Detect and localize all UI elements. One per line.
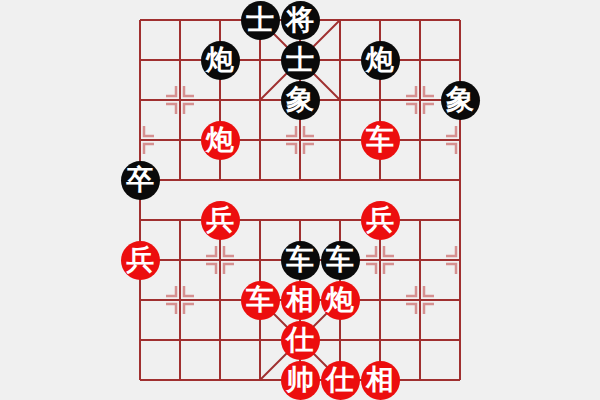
piece-red-soldier[interactable]: 兵: [361, 201, 400, 240]
xiangqi-app: 士将炮士炮象象炮车卒兵兵兵车车车相炮仕帅仕相: [0, 0, 600, 400]
piece-glyph: 象: [446, 86, 474, 114]
piece-red-elephant[interactable]: 相: [361, 361, 400, 400]
piece-glyph: 炮: [366, 46, 394, 74]
piece-glyph: 象: [286, 86, 314, 114]
piece-glyph: 帅: [286, 366, 314, 394]
piece-glyph: 仕: [326, 366, 354, 394]
piece-black-soldier[interactable]: 卒: [121, 161, 160, 200]
piece-glyph: 士: [286, 46, 314, 74]
piece-black-chariot[interactable]: 车: [281, 241, 320, 280]
piece-glyph: 卒: [126, 166, 154, 194]
piece-red-advisor[interactable]: 仕: [321, 361, 360, 400]
piece-glyph: 相: [286, 286, 314, 314]
piece-black-advisor[interactable]: 士: [281, 41, 320, 80]
piece-black-general[interactable]: 将: [281, 1, 320, 40]
piece-black-elephant[interactable]: 象: [441, 81, 480, 120]
piece-glyph: 炮: [206, 46, 234, 74]
piece-glyph: 兵: [366, 206, 394, 234]
piece-black-chariot[interactable]: 车: [321, 241, 360, 280]
piece-red-chariot[interactable]: 车: [241, 281, 280, 320]
piece-red-chariot[interactable]: 车: [361, 121, 400, 160]
piece-black-cannon[interactable]: 炮: [361, 41, 400, 80]
piece-glyph: 士: [246, 6, 274, 34]
piece-black-cannon[interactable]: 炮: [201, 41, 240, 80]
piece-black-advisor[interactable]: 士: [241, 1, 280, 40]
piece-black-elephant[interactable]: 象: [281, 81, 320, 120]
piece-red-soldier[interactable]: 兵: [201, 201, 240, 240]
piece-red-cannon[interactable]: 炮: [201, 121, 240, 160]
piece-red-soldier[interactable]: 兵: [121, 241, 160, 280]
xiangqi-board[interactable]: 士将炮士炮象象炮车卒兵兵兵车车车相炮仕帅仕相: [120, 0, 480, 400]
piece-glyph: 将: [286, 6, 314, 34]
piece-red-general[interactable]: 帅: [281, 361, 320, 400]
piece-glyph: 仕: [286, 326, 314, 354]
piece-red-cannon[interactable]: 炮: [321, 281, 360, 320]
piece-glyph: 车: [366, 126, 394, 154]
piece-glyph: 车: [246, 286, 274, 314]
piece-glyph: 兵: [126, 246, 154, 274]
piece-glyph: 炮: [206, 126, 234, 154]
piece-glyph: 车: [286, 246, 314, 274]
piece-glyph: 炮: [326, 286, 354, 314]
piece-glyph: 兵: [206, 206, 234, 234]
piece-glyph: 车: [326, 246, 354, 274]
piece-glyph: 相: [366, 366, 394, 394]
piece-red-elephant[interactable]: 相: [281, 281, 320, 320]
piece-red-advisor[interactable]: 仕: [281, 321, 320, 360]
